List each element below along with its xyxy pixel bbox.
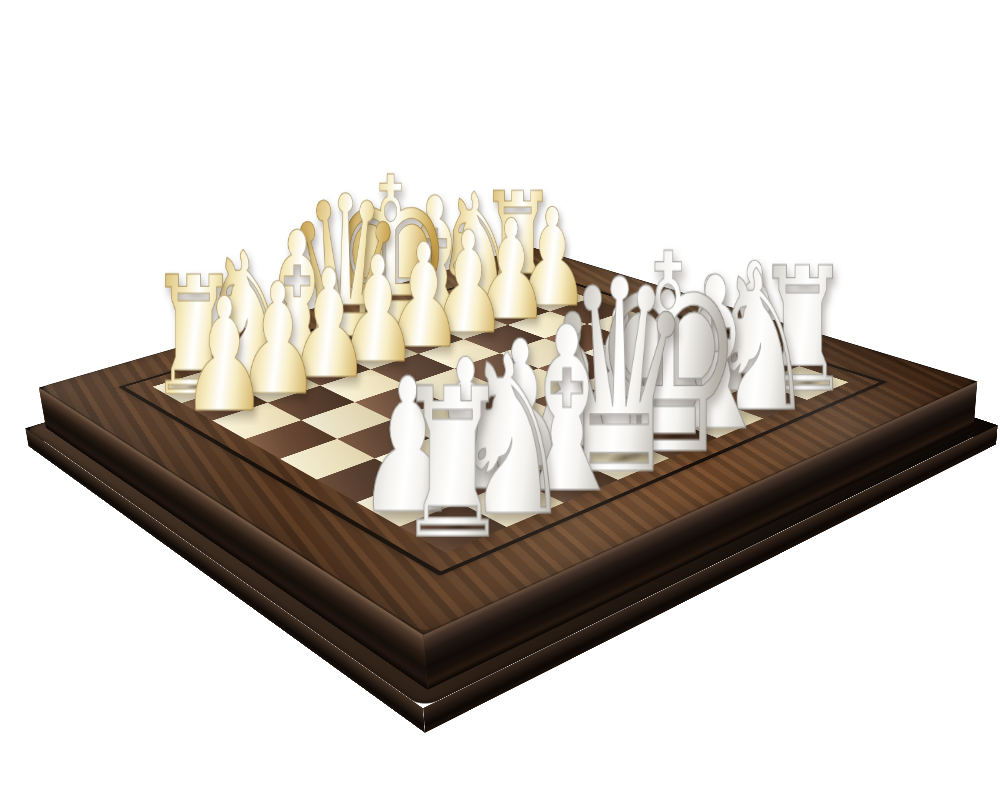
chess-board: ♜♞♝♛♚♝♞♜♟♟♟♟♟♟♟♟♟♟♟♟♟♟♟♟♜♞♝♛♚♝♞♜ (39, 246, 977, 635)
product-photo-scene: Metal arabesque chess set at the startin… (0, 0, 1000, 800)
